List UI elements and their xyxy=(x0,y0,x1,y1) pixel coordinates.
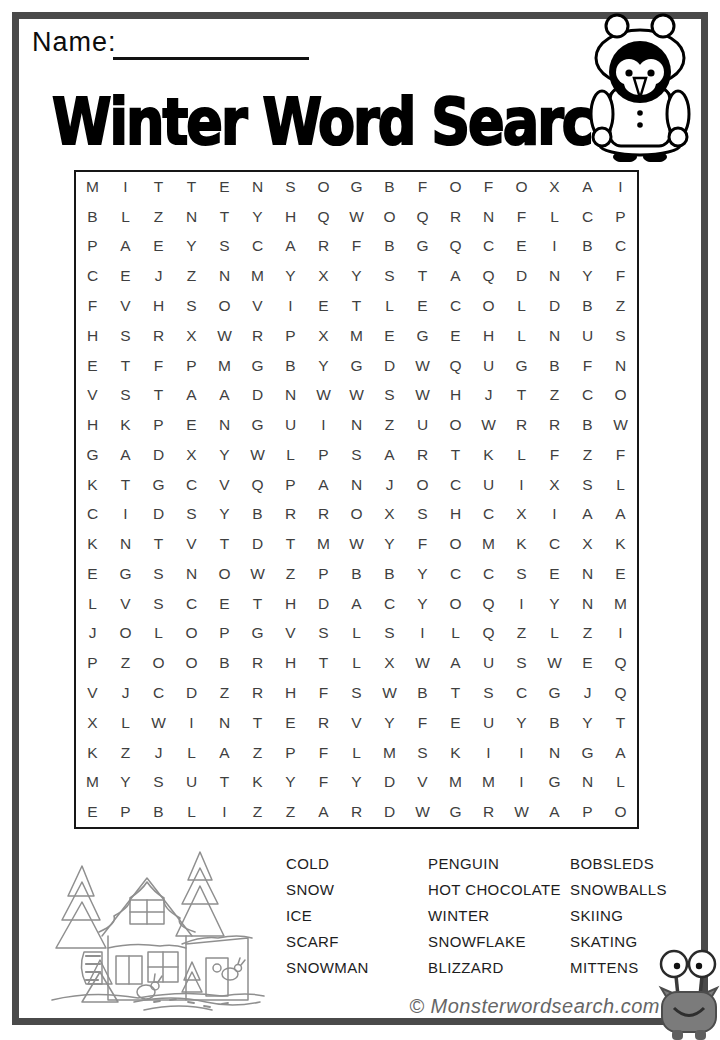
grid-cell-r17c5[interactable]: B xyxy=(208,648,241,678)
grid-cell-r19c14[interactable]: Y xyxy=(505,708,538,738)
grid-cell-r9c11[interactable]: U xyxy=(406,410,439,440)
grid-cell-r22c1[interactable]: E xyxy=(76,797,109,827)
grid-cell-r8c4[interactable]: A xyxy=(175,380,208,410)
grid-cell-r2c8[interactable]: Q xyxy=(307,202,340,232)
grid-cell-r18c1[interactable]: V xyxy=(76,678,109,708)
grid-cell-r3c13[interactable]: C xyxy=(472,232,505,262)
grid-cell-r5c9[interactable]: T xyxy=(340,291,373,321)
grid-cell-r13c10[interactable]: Y xyxy=(373,529,406,559)
grid-cell-r22c15[interactable]: A xyxy=(538,797,571,827)
grid-cell-r11c3[interactable]: G xyxy=(142,470,175,500)
grid-cell-r15c12[interactable]: O xyxy=(439,589,472,619)
grid-cell-r16c16[interactable]: Z xyxy=(571,619,604,649)
grid-cell-r3c5[interactable]: S xyxy=(208,232,241,262)
grid-cell-r1c17[interactable]: I xyxy=(604,172,637,202)
grid-cell-r17c2[interactable]: Z xyxy=(109,648,142,678)
grid-cell-r22c11[interactable]: W xyxy=(406,797,439,827)
grid-cell-r12c8[interactable]: R xyxy=(307,500,340,530)
grid-cell-r17c6[interactable]: R xyxy=(241,648,274,678)
grid-cell-r17c4[interactable]: O xyxy=(175,648,208,678)
grid-cell-r6c11[interactable]: G xyxy=(406,321,439,351)
grid-cell-r10c8[interactable]: P xyxy=(307,440,340,470)
grid-cell-r13c14[interactable]: K xyxy=(505,529,538,559)
grid-cell-r8c15[interactable]: Z xyxy=(538,380,571,410)
grid-cell-r9c16[interactable]: B xyxy=(571,410,604,440)
grid-cell-r13c7[interactable]: T xyxy=(274,529,307,559)
grid-cell-r16c1[interactable]: J xyxy=(76,619,109,649)
grid-cell-r22c13[interactable]: R xyxy=(472,797,505,827)
grid-cell-r7c15[interactable]: B xyxy=(538,351,571,381)
grid-cell-r18c3[interactable]: C xyxy=(142,678,175,708)
grid-cell-r22c6[interactable]: Z xyxy=(241,797,274,827)
grid-cell-r3c9[interactable]: F xyxy=(340,232,373,262)
grid-cell-r3c1[interactable]: P xyxy=(76,232,109,262)
grid-cell-r10c15[interactable]: F xyxy=(538,440,571,470)
grid-cell-r17c1[interactable]: P xyxy=(76,648,109,678)
grid-cell-r2c14[interactable]: F xyxy=(505,202,538,232)
grid-cell-r11c13[interactable]: U xyxy=(472,470,505,500)
grid-cell-r21c9[interactable]: Y xyxy=(340,767,373,797)
grid-cell-r14c11[interactable]: Y xyxy=(406,559,439,589)
grid-cell-r14c1[interactable]: E xyxy=(76,559,109,589)
grid-cell-r17c16[interactable]: E xyxy=(571,648,604,678)
grid-cell-r8c1[interactable]: V xyxy=(76,380,109,410)
grid-cell-r6c5[interactable]: W xyxy=(208,321,241,351)
grid-cell-r11c9[interactable]: N xyxy=(340,470,373,500)
grid-cell-r20c10[interactable]: M xyxy=(373,738,406,768)
grid-cell-r22c9[interactable]: R xyxy=(340,797,373,827)
grid-cell-r19c15[interactable]: B xyxy=(538,708,571,738)
grid-cell-r2c5[interactable]: T xyxy=(208,202,241,232)
grid-cell-r6c13[interactable]: H xyxy=(472,321,505,351)
grid-cell-r6c8[interactable]: X xyxy=(307,321,340,351)
name-input-line[interactable] xyxy=(113,57,309,60)
grid-cell-r5c12[interactable]: C xyxy=(439,291,472,321)
grid-cell-r19c5[interactable]: N xyxy=(208,708,241,738)
grid-cell-r13c16[interactable]: X xyxy=(571,529,604,559)
grid-cell-r10c2[interactable]: A xyxy=(109,440,142,470)
grid-cell-r4c11[interactable]: T xyxy=(406,261,439,291)
grid-cell-r21c2[interactable]: Y xyxy=(109,767,142,797)
grid-cell-r7c14[interactable]: G xyxy=(505,351,538,381)
grid-cell-r21c13[interactable]: M xyxy=(472,767,505,797)
grid-cell-r7c1[interactable]: E xyxy=(76,351,109,381)
grid-cell-r11c17[interactable]: L xyxy=(604,470,637,500)
grid-cell-r21c1[interactable]: M xyxy=(76,767,109,797)
grid-cell-r4c1[interactable]: C xyxy=(76,261,109,291)
grid-cell-r11c4[interactable]: C xyxy=(175,470,208,500)
grid-cell-r15c11[interactable]: Y xyxy=(406,589,439,619)
grid-cell-r11c11[interactable]: O xyxy=(406,470,439,500)
grid-cell-r17c10[interactable]: X xyxy=(373,648,406,678)
grid-cell-r14c4[interactable]: N xyxy=(175,559,208,589)
grid-cell-r2c6[interactable]: Y xyxy=(241,202,274,232)
grid-cell-r7c8[interactable]: Y xyxy=(307,351,340,381)
grid-cell-r12c2[interactable]: I xyxy=(109,500,142,530)
grid-cell-r15c7[interactable]: H xyxy=(274,589,307,619)
grid-cell-r21c10[interactable]: D xyxy=(373,767,406,797)
grid-cell-r4c17[interactable]: F xyxy=(604,261,637,291)
grid-cell-r18c16[interactable]: J xyxy=(571,678,604,708)
grid-cell-r10c7[interactable]: L xyxy=(274,440,307,470)
grid-cell-r8c14[interactable]: T xyxy=(505,380,538,410)
grid-cell-r1c11[interactable]: F xyxy=(406,172,439,202)
grid-cell-r20c11[interactable]: S xyxy=(406,738,439,768)
grid-cell-r3c3[interactable]: E xyxy=(142,232,175,262)
grid-cell-r12c10[interactable]: X xyxy=(373,500,406,530)
grid-cell-r5c8[interactable]: E xyxy=(307,291,340,321)
grid-cell-r16c17[interactable]: I xyxy=(604,619,637,649)
grid-cell-r8c3[interactable]: T xyxy=(142,380,175,410)
grid-cell-r9c13[interactable]: W xyxy=(472,410,505,440)
grid-cell-r21c14[interactable]: I xyxy=(505,767,538,797)
grid-cell-r13c5[interactable]: T xyxy=(208,529,241,559)
grid-cell-r19c1[interactable]: X xyxy=(76,708,109,738)
grid-cell-r11c16[interactable]: S xyxy=(571,470,604,500)
grid-cell-r6c6[interactable]: R xyxy=(241,321,274,351)
grid-cell-r14c9[interactable]: B xyxy=(340,559,373,589)
grid-cell-r3c2[interactable]: A xyxy=(109,232,142,262)
grid-cell-r2c3[interactable]: Z xyxy=(142,202,175,232)
grid-cell-r12c9[interactable]: O xyxy=(340,500,373,530)
grid-cell-r3c16[interactable]: B xyxy=(571,232,604,262)
grid-cell-r19c13[interactable]: U xyxy=(472,708,505,738)
grid-cell-r16c12[interactable]: L xyxy=(439,619,472,649)
grid-cell-r19c6[interactable]: T xyxy=(241,708,274,738)
grid-cell-r15c8[interactable]: D xyxy=(307,589,340,619)
grid-cell-r22c7[interactable]: Z xyxy=(274,797,307,827)
grid-cell-r8c2[interactable]: S xyxy=(109,380,142,410)
grid-cell-r20c7[interactable]: P xyxy=(274,738,307,768)
grid-cell-r9c3[interactable]: P xyxy=(142,410,175,440)
grid-cell-r10c14[interactable]: L xyxy=(505,440,538,470)
grid-cell-r21c16[interactable]: N xyxy=(571,767,604,797)
grid-cell-r20c2[interactable]: Z xyxy=(109,738,142,768)
grid-cell-r14c16[interactable]: N xyxy=(571,559,604,589)
grid-cell-r21c5[interactable]: T xyxy=(208,767,241,797)
grid-cell-r16c10[interactable]: S xyxy=(373,619,406,649)
grid-cell-r19c10[interactable]: Y xyxy=(373,708,406,738)
grid-cell-r2c15[interactable]: L xyxy=(538,202,571,232)
grid-cell-r15c13[interactable]: Q xyxy=(472,589,505,619)
grid-cell-r20c5[interactable]: A xyxy=(208,738,241,768)
grid-cell-r21c3[interactable]: S xyxy=(142,767,175,797)
grid-cell-r8c11[interactable]: W xyxy=(406,380,439,410)
grid-cell-r1c5[interactable]: E xyxy=(208,172,241,202)
grid-cell-r4c13[interactable]: Q xyxy=(472,261,505,291)
grid-cell-r18c12[interactable]: T xyxy=(439,678,472,708)
grid-cell-r11c15[interactable]: X xyxy=(538,470,571,500)
grid-cell-r4c7[interactable]: Y xyxy=(274,261,307,291)
grid-cell-r15c6[interactable]: T xyxy=(241,589,274,619)
grid-cell-r7c2[interactable]: T xyxy=(109,351,142,381)
grid-cell-r9c7[interactable]: U xyxy=(274,410,307,440)
grid-cell-r19c17[interactable]: T xyxy=(604,708,637,738)
grid-cell-r22c17[interactable]: O xyxy=(604,797,637,827)
grid-cell-r9c1[interactable]: H xyxy=(76,410,109,440)
grid-cell-r12c16[interactable]: A xyxy=(571,500,604,530)
grid-cell-r1c3[interactable]: T xyxy=(142,172,175,202)
grid-cell-r5c15[interactable]: D xyxy=(538,291,571,321)
grid-cell-r8c10[interactable]: S xyxy=(373,380,406,410)
grid-cell-r11c10[interactable]: J xyxy=(373,470,406,500)
grid-cell-r18c6[interactable]: R xyxy=(241,678,274,708)
grid-cell-r10c13[interactable]: K xyxy=(472,440,505,470)
grid-cell-r2c10[interactable]: O xyxy=(373,202,406,232)
grid-cell-r19c4[interactable]: I xyxy=(175,708,208,738)
grid-cell-r22c8[interactable]: A xyxy=(307,797,340,827)
grid-cell-r14c7[interactable]: Z xyxy=(274,559,307,589)
grid-cell-r21c8[interactable]: F xyxy=(307,767,340,797)
grid-cell-r13c6[interactable]: D xyxy=(241,529,274,559)
grid-cell-r12c1[interactable]: C xyxy=(76,500,109,530)
grid-cell-r16c6[interactable]: G xyxy=(241,619,274,649)
grid-cell-r14c15[interactable]: E xyxy=(538,559,571,589)
grid-cell-r18c8[interactable]: F xyxy=(307,678,340,708)
grid-cell-r4c2[interactable]: E xyxy=(109,261,142,291)
grid-cell-r3c6[interactable]: C xyxy=(241,232,274,262)
grid-cell-r17c9[interactable]: L xyxy=(340,648,373,678)
grid-cell-r10c6[interactable]: W xyxy=(241,440,274,470)
grid-cell-r8c17[interactable]: O xyxy=(604,380,637,410)
grid-cell-r21c11[interactable]: V xyxy=(406,767,439,797)
grid-cell-r5c17[interactable]: Z xyxy=(604,291,637,321)
grid-cell-r6c2[interactable]: S xyxy=(109,321,142,351)
grid-cell-r15c9[interactable]: A xyxy=(340,589,373,619)
grid-cell-r4c8[interactable]: X xyxy=(307,261,340,291)
grid-cell-r1c4[interactable]: T xyxy=(175,172,208,202)
grid-cell-r17c7[interactable]: H xyxy=(274,648,307,678)
grid-cell-r20c13[interactable]: I xyxy=(472,738,505,768)
grid-cell-r12c6[interactable]: B xyxy=(241,500,274,530)
grid-cell-r21c4[interactable]: U xyxy=(175,767,208,797)
grid-cell-r14c3[interactable]: S xyxy=(142,559,175,589)
grid-cell-r9c9[interactable]: N xyxy=(340,410,373,440)
grid-cell-r13c2[interactable]: N xyxy=(109,529,142,559)
grid-cell-r4c16[interactable]: Y xyxy=(571,261,604,291)
grid-cell-r8c9[interactable]: W xyxy=(340,380,373,410)
grid-cell-r22c3[interactable]: B xyxy=(142,797,175,827)
grid-cell-r9c4[interactable]: E xyxy=(175,410,208,440)
grid-cell-r10c16[interactable]: Z xyxy=(571,440,604,470)
grid-cell-r8c16[interactable]: C xyxy=(571,380,604,410)
grid-cell-r18c7[interactable]: H xyxy=(274,678,307,708)
grid-cell-r13c11[interactable]: F xyxy=(406,529,439,559)
grid-cell-r13c8[interactable]: M xyxy=(307,529,340,559)
grid-cell-r4c12[interactable]: A xyxy=(439,261,472,291)
grid-cell-r17c14[interactable]: S xyxy=(505,648,538,678)
grid-cell-r7c10[interactable]: D xyxy=(373,351,406,381)
grid-cell-r21c7[interactable]: Y xyxy=(274,767,307,797)
grid-cell-r13c3[interactable]: T xyxy=(142,529,175,559)
grid-cell-r15c1[interactable]: L xyxy=(76,589,109,619)
grid-cell-r3c15[interactable]: I xyxy=(538,232,571,262)
grid-cell-r7c17[interactable]: N xyxy=(604,351,637,381)
grid-cell-r14c5[interactable]: O xyxy=(208,559,241,589)
grid-cell-r4c10[interactable]: S xyxy=(373,261,406,291)
grid-cell-r5c14[interactable]: L xyxy=(505,291,538,321)
grid-cell-r12c11[interactable]: S xyxy=(406,500,439,530)
grid-cell-r19c7[interactable]: E xyxy=(274,708,307,738)
grid-cell-r16c7[interactable]: V xyxy=(274,619,307,649)
grid-cell-r1c14[interactable]: O xyxy=(505,172,538,202)
grid-cell-r16c4[interactable]: O xyxy=(175,619,208,649)
grid-cell-r2c13[interactable]: N xyxy=(472,202,505,232)
grid-cell-r12c14[interactable]: X xyxy=(505,500,538,530)
grid-cell-r18c15[interactable]: G xyxy=(538,678,571,708)
grid-cell-r15c10[interactable]: C xyxy=(373,589,406,619)
grid-cell-r10c5[interactable]: Y xyxy=(208,440,241,470)
grid-cell-r18c17[interactable]: Q xyxy=(604,678,637,708)
grid-cell-r14c14[interactable]: S xyxy=(505,559,538,589)
grid-cell-r16c13[interactable]: Q xyxy=(472,619,505,649)
grid-cell-r5c11[interactable]: E xyxy=(406,291,439,321)
grid-cell-r18c9[interactable]: S xyxy=(340,678,373,708)
grid-cell-r13c9[interactable]: W xyxy=(340,529,373,559)
grid-cell-r13c1[interactable]: K xyxy=(76,529,109,559)
grid-cell-r2c17[interactable]: P xyxy=(604,202,637,232)
grid-cell-r15c14[interactable]: I xyxy=(505,589,538,619)
grid-cell-r17c15[interactable]: W xyxy=(538,648,571,678)
grid-cell-r13c15[interactable]: C xyxy=(538,529,571,559)
grid-cell-r13c13[interactable]: M xyxy=(472,529,505,559)
grid-cell-r14c6[interactable]: W xyxy=(241,559,274,589)
grid-cell-r15c3[interactable]: S xyxy=(142,589,175,619)
grid-cell-r14c13[interactable]: C xyxy=(472,559,505,589)
grid-cell-r5c13[interactable]: O xyxy=(472,291,505,321)
grid-cell-r10c1[interactable]: G xyxy=(76,440,109,470)
grid-cell-r19c2[interactable]: L xyxy=(109,708,142,738)
grid-cell-r15c5[interactable]: E xyxy=(208,589,241,619)
grid-cell-r12c4[interactable]: S xyxy=(175,500,208,530)
grid-cell-r7c13[interactable]: U xyxy=(472,351,505,381)
grid-cell-r20c16[interactable]: G xyxy=(571,738,604,768)
grid-cell-r20c17[interactable]: A xyxy=(604,738,637,768)
grid-cell-r15c15[interactable]: Y xyxy=(538,589,571,619)
grid-cell-r1c12[interactable]: O xyxy=(439,172,472,202)
grid-cell-r11c1[interactable]: K xyxy=(76,470,109,500)
grid-cell-r1c15[interactable]: X xyxy=(538,172,571,202)
grid-cell-r2c7[interactable]: H xyxy=(274,202,307,232)
grid-cell-r2c2[interactable]: L xyxy=(109,202,142,232)
grid-cell-r16c3[interactable]: L xyxy=(142,619,175,649)
grid-cell-r20c12[interactable]: K xyxy=(439,738,472,768)
grid-cell-r2c16[interactable]: C xyxy=(571,202,604,232)
grid-cell-r3c10[interactable]: B xyxy=(373,232,406,262)
grid-cell-r5c6[interactable]: V xyxy=(241,291,274,321)
grid-cell-r20c3[interactable]: J xyxy=(142,738,175,768)
grid-cell-r3c7[interactable]: A xyxy=(274,232,307,262)
grid-cell-r14c12[interactable]: C xyxy=(439,559,472,589)
grid-cell-r1c7[interactable]: S xyxy=(274,172,307,202)
grid-cell-r18c5[interactable]: Z xyxy=(208,678,241,708)
grid-cell-r1c6[interactable]: N xyxy=(241,172,274,202)
grid-cell-r9c8[interactable]: I xyxy=(307,410,340,440)
grid-cell-r20c9[interactable]: L xyxy=(340,738,373,768)
grid-cell-r2c4[interactable]: N xyxy=(175,202,208,232)
grid-cell-r15c17[interactable]: M xyxy=(604,589,637,619)
grid-cell-r9c17[interactable]: W xyxy=(604,410,637,440)
grid-cell-r4c4[interactable]: Z xyxy=(175,261,208,291)
grid-cell-r6c9[interactable]: M xyxy=(340,321,373,351)
grid-cell-r13c4[interactable]: V xyxy=(175,529,208,559)
grid-cell-r22c12[interactable]: G xyxy=(439,797,472,827)
grid-cell-r2c12[interactable]: R xyxy=(439,202,472,232)
grid-cell-r10c3[interactable]: D xyxy=(142,440,175,470)
grid-cell-r10c12[interactable]: T xyxy=(439,440,472,470)
grid-cell-r3c17[interactable]: C xyxy=(604,232,637,262)
grid-cell-r12c3[interactable]: D xyxy=(142,500,175,530)
grid-cell-r22c16[interactable]: P xyxy=(571,797,604,827)
grid-cell-r16c15[interactable]: L xyxy=(538,619,571,649)
grid-cell-r7c5[interactable]: M xyxy=(208,351,241,381)
grid-cell-r6c1[interactable]: H xyxy=(76,321,109,351)
grid-cell-r11c7[interactable]: P xyxy=(274,470,307,500)
grid-cell-r10c10[interactable]: A xyxy=(373,440,406,470)
grid-cell-r11c14[interactable]: I xyxy=(505,470,538,500)
grid-cell-r18c4[interactable]: D xyxy=(175,678,208,708)
grid-cell-r8c12[interactable]: H xyxy=(439,380,472,410)
grid-cell-r21c12[interactable]: M xyxy=(439,767,472,797)
grid-cell-r3c4[interactable]: Y xyxy=(175,232,208,262)
grid-cell-r1c8[interactable]: O xyxy=(307,172,340,202)
grid-cell-r15c16[interactable]: N xyxy=(571,589,604,619)
grid-cell-r4c6[interactable]: M xyxy=(241,261,274,291)
grid-cell-r7c6[interactable]: G xyxy=(241,351,274,381)
grid-cell-r8c7[interactable]: N xyxy=(274,380,307,410)
grid-cell-r13c12[interactable]: O xyxy=(439,529,472,559)
grid-cell-r8c13[interactable]: J xyxy=(472,380,505,410)
grid-cell-r5c4[interactable]: S xyxy=(175,291,208,321)
grid-cell-r18c13[interactable]: S xyxy=(472,678,505,708)
grid-cell-r1c10[interactable]: B xyxy=(373,172,406,202)
grid-cell-r3c12[interactable]: Q xyxy=(439,232,472,262)
grid-cell-r5c2[interactable]: V xyxy=(109,291,142,321)
grid-cell-r4c9[interactable]: Y xyxy=(340,261,373,291)
grid-cell-r17c12[interactable]: A xyxy=(439,648,472,678)
grid-cell-r14c10[interactable]: B xyxy=(373,559,406,589)
grid-cell-r6c7[interactable]: P xyxy=(274,321,307,351)
grid-cell-r9c2[interactable]: K xyxy=(109,410,142,440)
grid-cell-r11c8[interactable]: A xyxy=(307,470,340,500)
grid-cell-r4c3[interactable]: J xyxy=(142,261,175,291)
grid-cell-r10c11[interactable]: R xyxy=(406,440,439,470)
grid-cell-r18c2[interactable]: J xyxy=(109,678,142,708)
grid-cell-r12c7[interactable]: R xyxy=(274,500,307,530)
grid-cell-r19c12[interactable]: E xyxy=(439,708,472,738)
grid-cell-r9c12[interactable]: O xyxy=(439,410,472,440)
grid-cell-r17c8[interactable]: T xyxy=(307,648,340,678)
grid-cell-r16c11[interactable]: I xyxy=(406,619,439,649)
grid-cell-r2c1[interactable]: B xyxy=(76,202,109,232)
grid-cell-r7c12[interactable]: Q xyxy=(439,351,472,381)
grid-cell-r17c3[interactable]: O xyxy=(142,648,175,678)
grid-cell-r5c10[interactable]: L xyxy=(373,291,406,321)
grid-cell-r19c9[interactable]: V xyxy=(340,708,373,738)
grid-cell-r22c10[interactable]: D xyxy=(373,797,406,827)
grid-cell-r22c4[interactable]: L xyxy=(175,797,208,827)
grid-cell-r22c2[interactable]: P xyxy=(109,797,142,827)
grid-cell-r10c9[interactable]: S xyxy=(340,440,373,470)
grid-cell-r16c14[interactable]: Z xyxy=(505,619,538,649)
grid-cell-r9c5[interactable]: N xyxy=(208,410,241,440)
grid-cell-r14c8[interactable]: P xyxy=(307,559,340,589)
grid-cell-r6c12[interactable]: E xyxy=(439,321,472,351)
grid-cell-r11c6[interactable]: Q xyxy=(241,470,274,500)
grid-cell-r7c16[interactable]: F xyxy=(571,351,604,381)
grid-cell-r11c12[interactable]: C xyxy=(439,470,472,500)
grid-cell-r8c5[interactable]: A xyxy=(208,380,241,410)
